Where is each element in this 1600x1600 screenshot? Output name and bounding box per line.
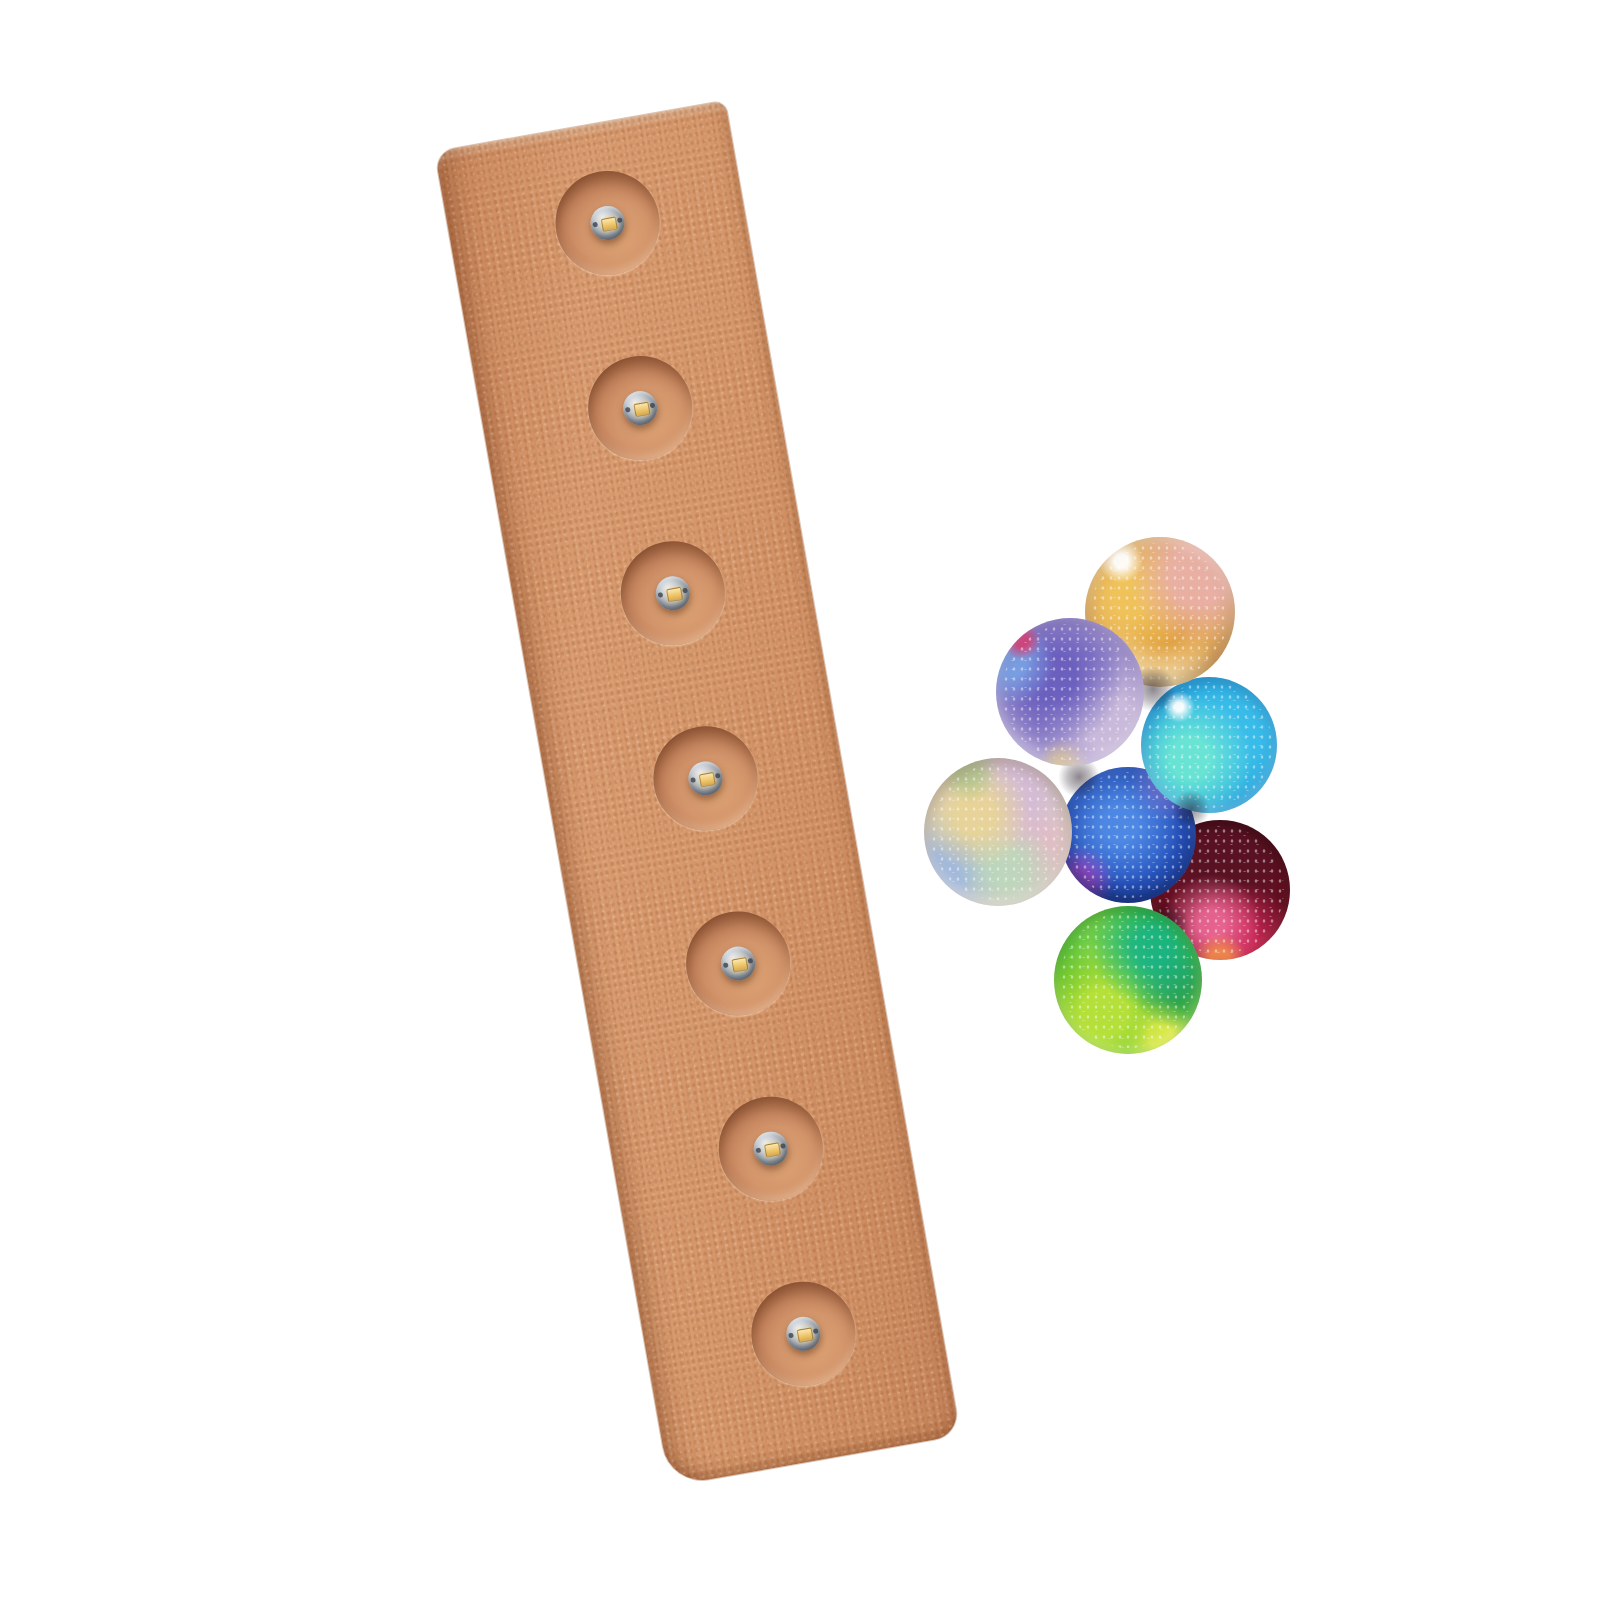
slot-led-4: [686, 759, 725, 798]
led-chip-icon: [731, 957, 748, 972]
slot-led-6: [751, 1129, 790, 1168]
board-slot-3[interactable]: [613, 533, 733, 653]
led-chip-icon: [763, 1142, 780, 1157]
led-chip-icon: [698, 771, 715, 786]
marble-lime-green[interactable]: [1054, 906, 1202, 1054]
board-slot-1[interactable]: [547, 163, 667, 283]
board-slot-4[interactable]: [645, 718, 765, 838]
product-photo-stage: [0, 0, 1600, 1600]
led-chip-icon: [796, 1327, 813, 1342]
board-slot-6[interactable]: [711, 1088, 831, 1208]
board-slot-2[interactable]: [580, 348, 700, 468]
slot-led-7: [784, 1314, 823, 1353]
slot-led-5: [718, 944, 757, 983]
led-chip-icon: [633, 401, 650, 416]
slot-led-1: [588, 203, 627, 242]
board-slot-7[interactable]: [743, 1274, 863, 1394]
led-chip-icon: [600, 216, 617, 231]
marble-lavender-purple[interactable]: [996, 618, 1144, 766]
board-slot-5[interactable]: [678, 903, 798, 1023]
marble-turquoise-cyan[interactable]: [1141, 677, 1277, 813]
slot-led-2: [621, 388, 660, 427]
slot-led-3: [653, 574, 692, 613]
display-stand-board: [435, 101, 961, 1487]
marble-iridescent-opal[interactable]: [924, 758, 1072, 906]
led-chip-icon: [665, 586, 682, 601]
